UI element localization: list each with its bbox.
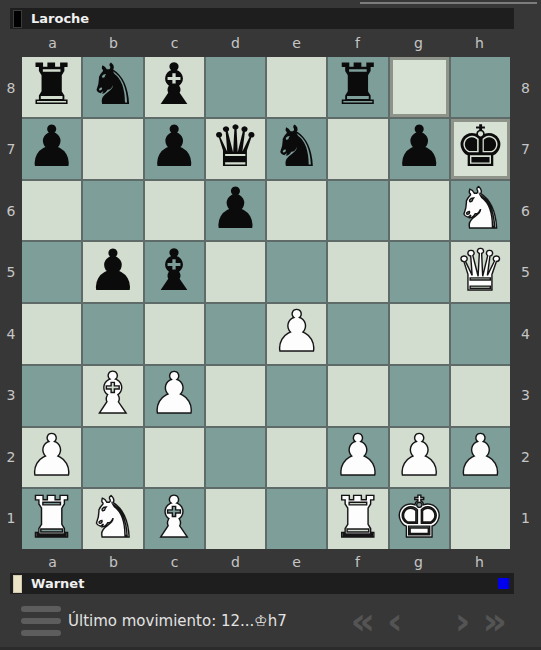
- square-d5[interactable]: [206, 242, 265, 302]
- menu-icon[interactable]: [21, 606, 61, 636]
- square-h7[interactable]: ♚: [451, 119, 510, 179]
- rank-label-1: 1: [510, 488, 541, 550]
- square-a2[interactable]: ♟: [22, 428, 81, 488]
- rank-labels-right: 87654321: [510, 57, 541, 549]
- square-h2[interactable]: ♟: [451, 428, 510, 488]
- piece-black-knight[interactable]: ♞: [271, 118, 322, 175]
- square-d1[interactable]: [206, 489, 265, 549]
- rank-label-4: 4: [510, 303, 541, 365]
- rank-label-8: 8: [510, 57, 541, 119]
- piece-black-pawn[interactable]: ♟: [87, 242, 138, 299]
- square-g3[interactable]: [390, 366, 449, 426]
- square-g8[interactable]: [390, 57, 449, 117]
- file-label-h: h: [449, 31, 510, 55]
- piece-black-knight[interactable]: ♞: [87, 56, 138, 113]
- square-c1[interactable]: ♝: [145, 489, 204, 549]
- piece-white-bishop[interactable]: ♝: [149, 489, 200, 546]
- piece-white-rook[interactable]: ♜: [332, 489, 383, 546]
- square-e4[interactable]: ♟: [267, 304, 326, 364]
- square-g4[interactable]: [390, 304, 449, 364]
- square-f4[interactable]: [328, 304, 387, 364]
- square-b6[interactable]: [83, 181, 142, 241]
- square-f2[interactable]: ♟: [328, 428, 387, 488]
- rank-label-7: 7: [0, 119, 22, 181]
- square-g6[interactable]: [390, 181, 449, 241]
- square-f7[interactable]: [328, 119, 387, 179]
- piece-black-pawn[interactable]: ♟: [26, 118, 77, 175]
- square-h4[interactable]: [451, 304, 510, 364]
- square-a3[interactable]: [22, 366, 81, 426]
- rank-label-2: 2: [0, 426, 22, 488]
- rank-label-5: 5: [510, 242, 541, 304]
- rank-label-6: 6: [510, 180, 541, 242]
- piece-black-rook[interactable]: ♜: [26, 56, 77, 113]
- square-b4[interactable]: [83, 304, 142, 364]
- rank-label-1: 1: [0, 488, 22, 550]
- rank-label-5: 5: [0, 242, 22, 304]
- square-d3[interactable]: [206, 366, 265, 426]
- player-name-white: Warnet: [31, 576, 84, 591]
- square-a7[interactable]: ♟: [22, 119, 81, 179]
- square-b7[interactable]: [83, 119, 142, 179]
- square-c7[interactable]: ♟: [145, 119, 204, 179]
- status-bar: Último movimiento: 12...♔h7 « ‹ › »: [0, 595, 541, 647]
- square-e1[interactable]: [267, 489, 326, 549]
- turn-indicator: [498, 578, 509, 589]
- black-color-swatch: [13, 10, 22, 28]
- square-b3[interactable]: ♝: [83, 366, 142, 426]
- square-c5[interactable]: ♝: [145, 242, 204, 302]
- square-g2[interactable]: ♟: [390, 428, 449, 488]
- square-h1[interactable]: [451, 489, 510, 549]
- rank-labels-left: 87654321: [0, 57, 22, 549]
- piece-white-pawn[interactable]: ♟: [26, 427, 77, 484]
- square-c3[interactable]: ♟: [145, 366, 204, 426]
- piece-black-bishop[interactable]: ♝: [149, 56, 200, 113]
- move-navigation: « ‹ › »: [345, 595, 513, 647]
- piece-black-pawn[interactable]: ♟: [210, 180, 261, 237]
- square-b2[interactable]: [83, 428, 142, 488]
- file-label-a: a: [22, 550, 83, 574]
- piece-black-pawn[interactable]: ♟: [149, 118, 200, 175]
- chess-board[interactable]: ♜♞♝♜♟♟♛♞♟♚♟♞♟♝♛♟♝♟♟♟♟♟♜♞♝♜♚: [22, 57, 510, 549]
- rank-label-2: 2: [510, 426, 541, 488]
- file-label-b: b: [83, 550, 144, 574]
- prev-move-button[interactable]: ‹: [381, 602, 409, 640]
- player-bar-white: Warnet: [10, 573, 514, 594]
- square-c8[interactable]: ♝: [145, 57, 204, 117]
- piece-black-queen[interactable]: ♛: [210, 118, 261, 175]
- file-label-e: e: [266, 31, 327, 55]
- piece-white-pawn[interactable]: ♟: [271, 303, 322, 360]
- square-d7[interactable]: ♛: [206, 119, 265, 179]
- piece-white-bishop[interactable]: ♝: [87, 365, 138, 422]
- square-a5[interactable]: [22, 242, 81, 302]
- file-label-c: c: [144, 550, 205, 574]
- rank-label-4: 4: [0, 303, 22, 365]
- square-g5[interactable]: [390, 242, 449, 302]
- piece-white-pawn[interactable]: ♟: [455, 427, 506, 484]
- file-label-e: e: [266, 550, 327, 574]
- player-bar-black: Laroche: [10, 8, 514, 29]
- piece-black-pawn[interactable]: ♟: [394, 118, 445, 175]
- square-b8[interactable]: ♞: [83, 57, 142, 117]
- piece-black-king[interactable]: ♚: [455, 118, 506, 175]
- piece-white-knight[interactable]: ♞: [455, 180, 506, 237]
- square-h6[interactable]: ♞: [451, 181, 510, 241]
- square-c6[interactable]: [145, 181, 204, 241]
- piece-white-pawn[interactable]: ♟: [394, 427, 445, 484]
- square-h8[interactable]: [451, 57, 510, 117]
- window-divider-line: [360, 2, 537, 4]
- square-h5[interactable]: ♛: [451, 242, 510, 302]
- piece-white-queen[interactable]: ♛: [455, 242, 506, 299]
- rank-label-3: 3: [0, 365, 22, 427]
- rank-label-8: 8: [0, 57, 22, 119]
- piece-white-knight[interactable]: ♞: [87, 489, 138, 546]
- rank-label-7: 7: [510, 119, 541, 181]
- piece-black-rook[interactable]: ♜: [332, 56, 383, 113]
- square-c4[interactable]: [145, 304, 204, 364]
- white-color-swatch: [13, 575, 22, 593]
- square-a1[interactable]: ♜: [22, 489, 81, 549]
- square-d4[interactable]: [206, 304, 265, 364]
- square-d6[interactable]: ♟: [206, 181, 265, 241]
- square-e5[interactable]: [267, 242, 326, 302]
- square-f3[interactable]: [328, 366, 387, 426]
- square-e7[interactable]: ♞: [267, 119, 326, 179]
- square-a6[interactable]: [22, 181, 81, 241]
- square-e2[interactable]: [267, 428, 326, 488]
- square-a4[interactable]: [22, 304, 81, 364]
- file-label-d: d: [205, 550, 266, 574]
- square-b1[interactable]: ♞: [83, 489, 142, 549]
- square-d2[interactable]: [206, 428, 265, 488]
- file-label-g: g: [388, 31, 449, 55]
- square-b5[interactable]: ♟: [83, 242, 142, 302]
- square-g7[interactable]: ♟: [390, 119, 449, 179]
- next-move-button[interactable]: ›: [449, 602, 477, 640]
- square-d8[interactable]: [206, 57, 265, 117]
- square-a8[interactable]: ♜: [22, 57, 81, 117]
- piece-white-rook[interactable]: ♜: [26, 489, 77, 546]
- rank-label-3: 3: [510, 365, 541, 427]
- last-move-label: Último movimiento: 12...♔h7: [68, 595, 287, 647]
- file-labels-bottom: abcdefgh: [22, 550, 510, 574]
- square-f6[interactable]: [328, 181, 387, 241]
- piece-white-pawn[interactable]: ♟: [149, 365, 200, 422]
- file-label-d: d: [205, 31, 266, 55]
- last-move-button[interactable]: »: [476, 602, 513, 640]
- square-e3[interactable]: [267, 366, 326, 426]
- piece-white-pawn[interactable]: ♟: [332, 427, 383, 484]
- first-move-button[interactable]: «: [345, 602, 382, 640]
- square-e8[interactable]: [267, 57, 326, 117]
- square-g1[interactable]: ♚: [390, 489, 449, 549]
- player-name-black: Laroche: [31, 11, 89, 26]
- piece-black-bishop[interactable]: ♝: [149, 242, 200, 299]
- square-f5[interactable]: [328, 242, 387, 302]
- piece-white-king[interactable]: ♚: [394, 489, 445, 546]
- file-label-h: h: [449, 550, 510, 574]
- file-label-g: g: [388, 550, 449, 574]
- square-h3[interactable]: [451, 366, 510, 426]
- square-f1[interactable]: ♜: [328, 489, 387, 549]
- rank-label-6: 6: [0, 180, 22, 242]
- square-c2[interactable]: [145, 428, 204, 488]
- file-label-f: f: [327, 550, 388, 574]
- square-f8[interactable]: ♜: [328, 57, 387, 117]
- square-e6[interactable]: [267, 181, 326, 241]
